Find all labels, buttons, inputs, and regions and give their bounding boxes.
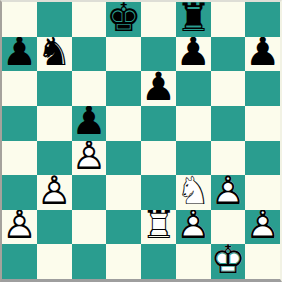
- board-frame: ♚♜♟♞♟♟♟♟♟♙♟♙♞♘♟♙♟♙♜♖♟♙♟♙♚♔: [0, 0, 282, 282]
- square-h1[interactable]: [245, 244, 280, 279]
- square-b5[interactable]: [37, 106, 72, 141]
- square-c6[interactable]: [72, 71, 107, 106]
- square-g7[interactable]: [211, 37, 246, 72]
- white-pawn-piece: ♟♙: [2, 210, 37, 245]
- white-pawn-piece: ♟♙: [37, 175, 72, 210]
- black-king-piece: ♚: [106, 2, 141, 37]
- black-pawn-piece: ♟: [72, 106, 107, 141]
- square-a4[interactable]: [2, 141, 37, 176]
- square-e6[interactable]: ♟: [141, 71, 176, 106]
- square-c2[interactable]: [72, 210, 107, 245]
- square-h3[interactable]: [245, 175, 280, 210]
- square-f7[interactable]: ♟: [176, 37, 211, 72]
- square-e3[interactable]: [141, 175, 176, 210]
- black-knight-piece: ♞: [37, 37, 72, 72]
- square-f5[interactable]: [176, 106, 211, 141]
- square-b1[interactable]: [37, 244, 72, 279]
- square-b6[interactable]: [37, 71, 72, 106]
- square-g2[interactable]: [211, 210, 246, 245]
- square-d7[interactable]: [106, 37, 141, 72]
- square-h8[interactable]: [245, 2, 280, 37]
- square-d8[interactable]: ♚: [106, 2, 141, 37]
- square-d4[interactable]: [106, 141, 141, 176]
- square-b7[interactable]: ♞: [37, 37, 72, 72]
- square-g6[interactable]: [211, 71, 246, 106]
- square-e7[interactable]: [141, 37, 176, 72]
- square-g4[interactable]: [211, 141, 246, 176]
- square-f1[interactable]: [176, 244, 211, 279]
- white-pawn-piece: ♟♙: [245, 210, 280, 245]
- square-d5[interactable]: [106, 106, 141, 141]
- square-a5[interactable]: [2, 106, 37, 141]
- square-h6[interactable]: [245, 71, 280, 106]
- square-c5[interactable]: ♟: [72, 106, 107, 141]
- black-rook-piece: ♜: [176, 2, 211, 37]
- square-c8[interactable]: [72, 2, 107, 37]
- square-d2[interactable]: [106, 210, 141, 245]
- square-a6[interactable]: [2, 71, 37, 106]
- black-pawn-piece: ♟: [176, 37, 211, 72]
- square-h4[interactable]: [245, 141, 280, 176]
- black-pawn-piece: ♟: [141, 71, 176, 106]
- square-f8[interactable]: ♜: [176, 2, 211, 37]
- black-pawn-piece: ♟: [245, 37, 280, 72]
- square-d3[interactable]: [106, 175, 141, 210]
- white-rook-piece: ♜♖: [141, 210, 176, 245]
- square-g8[interactable]: [211, 2, 246, 37]
- white-king-piece: ♚♔: [211, 244, 246, 279]
- white-knight-piece: ♞♘: [176, 175, 211, 210]
- square-e8[interactable]: [141, 2, 176, 37]
- square-c3[interactable]: [72, 175, 107, 210]
- square-c4[interactable]: ♟♙: [72, 141, 107, 176]
- square-g3[interactable]: ♟♙: [211, 175, 246, 210]
- white-pawn-piece: ♟♙: [176, 210, 211, 245]
- square-a3[interactable]: [2, 175, 37, 210]
- square-f3[interactable]: ♞♘: [176, 175, 211, 210]
- white-pawn-piece: ♟♙: [211, 175, 246, 210]
- white-pawn-piece: ♟♙: [72, 141, 107, 176]
- square-g5[interactable]: [211, 106, 246, 141]
- square-b2[interactable]: [37, 210, 72, 245]
- square-c7[interactable]: [72, 37, 107, 72]
- square-b8[interactable]: [37, 2, 72, 37]
- black-pawn-piece: ♟: [2, 37, 37, 72]
- square-g1[interactable]: ♚♔: [211, 244, 246, 279]
- square-d1[interactable]: [106, 244, 141, 279]
- square-b3[interactable]: ♟♙: [37, 175, 72, 210]
- square-h5[interactable]: [245, 106, 280, 141]
- square-b4[interactable]: [37, 141, 72, 176]
- square-a8[interactable]: [2, 2, 37, 37]
- square-f2[interactable]: ♟♙: [176, 210, 211, 245]
- square-e1[interactable]: [141, 244, 176, 279]
- square-e2[interactable]: ♜♖: [141, 210, 176, 245]
- square-f4[interactable]: [176, 141, 211, 176]
- square-h7[interactable]: ♟: [245, 37, 280, 72]
- square-a1[interactable]: [2, 244, 37, 279]
- square-d6[interactable]: [106, 71, 141, 106]
- square-e4[interactable]: [141, 141, 176, 176]
- square-e5[interactable]: [141, 106, 176, 141]
- square-a7[interactable]: ♟: [2, 37, 37, 72]
- square-f6[interactable]: [176, 71, 211, 106]
- square-h2[interactable]: ♟♙: [245, 210, 280, 245]
- square-c1[interactable]: [72, 244, 107, 279]
- chess-board: ♚♜♟♞♟♟♟♟♟♙♟♙♞♘♟♙♟♙♜♖♟♙♟♙♚♔: [2, 2, 280, 279]
- square-a2[interactable]: ♟♙: [2, 210, 37, 245]
